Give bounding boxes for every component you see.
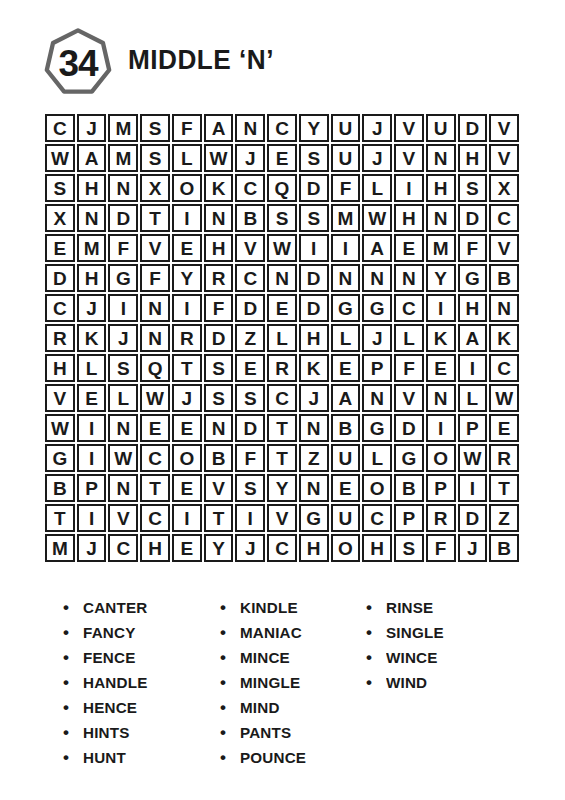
bullet-icon: • [366, 649, 386, 666]
word-label: WIND [386, 674, 427, 692]
grid-cell: K [77, 324, 107, 352]
word-label: MINCE [240, 649, 290, 667]
bullet-icon: • [63, 699, 83, 716]
grid-cell: G [362, 414, 392, 442]
word-list-item: •WIND [366, 670, 445, 695]
grid-cell: O [331, 534, 361, 562]
grid-cell: W [458, 444, 488, 472]
grid-cell: F [108, 234, 138, 262]
grid-cell: Y [426, 264, 456, 292]
grid-cell: D [299, 294, 329, 322]
grid-cell: C [489, 354, 519, 382]
grid-cell: I [108, 294, 138, 322]
grid-cell: O [172, 444, 202, 472]
grid-cell: L [394, 324, 424, 352]
grid-cell: V [489, 144, 519, 172]
grid-cell: K [489, 324, 519, 352]
bullet-icon: • [63, 674, 83, 691]
grid-cell: V [235, 234, 265, 262]
grid-cell: U [426, 114, 456, 142]
puzzle-title: MIDDLE ‘N’ [128, 45, 274, 80]
grid-cell: B [204, 444, 234, 472]
grid-cell: V [108, 504, 138, 532]
grid-cell: N [108, 414, 138, 442]
grid-cell: N [394, 264, 424, 292]
grid-cell: J [362, 114, 392, 142]
grid-cell: Y [299, 114, 329, 142]
grid-cell: E [235, 354, 265, 382]
word-list-item: •WINCE [366, 645, 445, 670]
grid-cell: E [172, 414, 202, 442]
grid-cell: H [299, 324, 329, 352]
grid-cell: H [140, 534, 170, 562]
grid-cell: E [140, 414, 170, 442]
grid-cell: X [140, 174, 170, 202]
grid-cell: A [77, 144, 107, 172]
grid-cell: O [172, 174, 202, 202]
grid-cell: N [204, 414, 234, 442]
grid-cell: I [426, 294, 456, 322]
bullet-icon: • [366, 599, 386, 616]
grid-cell: A [458, 324, 488, 352]
grid-cell: I [172, 294, 202, 322]
grid-cell: E [489, 414, 519, 442]
grid-cell: V [394, 114, 424, 142]
grid-cell: P [362, 354, 392, 382]
grid-cell: N [299, 414, 329, 442]
bullet-icon: • [220, 649, 240, 666]
grid-cell: I [394, 174, 424, 202]
grid-cell: Z [489, 504, 519, 532]
page: 34 MIDDLE ‘N’ CJMSFANCYUJVUDVWAMSLWJESUJ… [0, 0, 565, 800]
grid-cell: W [140, 384, 170, 412]
grid-cell: W [204, 144, 234, 172]
grid-cell: X [45, 204, 75, 232]
bullet-icon: • [63, 749, 83, 766]
grid-cell: N [108, 474, 138, 502]
word-label: KINDLE [240, 599, 298, 617]
word-label: HENCE [83, 699, 137, 717]
grid-cell: N [267, 264, 297, 292]
word-label: HINTS [83, 724, 130, 742]
grid-cell: D [108, 204, 138, 232]
grid-cell: E [172, 474, 202, 502]
grid-cell: T [267, 414, 297, 442]
grid-cell: S [458, 174, 488, 202]
grid-cell: O [426, 444, 456, 472]
grid-cell: A [204, 114, 234, 142]
grid-cell: N [140, 324, 170, 352]
grid-cell: I [77, 504, 107, 532]
grid-cell: I [426, 414, 456, 442]
grid-cell: K [299, 354, 329, 382]
grid-cell: N [140, 294, 170, 322]
grid-container: CJMSFANCYUJVUDVWAMSLWJESUJVNHVSHNXOKCQDF… [45, 114, 519, 562]
grid-cell: G [458, 264, 488, 292]
grid-cell: V [489, 234, 519, 262]
bullet-icon: • [220, 699, 240, 716]
grid-cell: S [140, 114, 170, 142]
grid-cell: F [172, 114, 202, 142]
grid-cell: B [45, 474, 75, 502]
grid-cell: E [426, 354, 456, 382]
grid-cell: U [331, 504, 361, 532]
grid-cell: L [362, 444, 392, 472]
grid-cell: D [45, 264, 75, 292]
grid-cell: H [45, 354, 75, 382]
bullet-icon: • [220, 724, 240, 741]
word-list-item: •MIND [220, 695, 366, 720]
puzzle-number-badge: 34 [42, 26, 114, 98]
grid-cell: E [77, 384, 107, 412]
grid-cell: H [299, 534, 329, 562]
bullet-icon: • [366, 674, 386, 691]
grid-cell: Z [299, 444, 329, 472]
grid-cell: N [489, 294, 519, 322]
grid-cell: D [204, 324, 234, 352]
word-label: POUNCE [240, 749, 306, 767]
grid-cell: Q [140, 354, 170, 382]
grid-cell: N [362, 384, 392, 412]
grid-cell: M [426, 234, 456, 262]
grid-cell: T [140, 204, 170, 232]
grid-cell: U [331, 114, 361, 142]
grid-cell: Y [267, 474, 297, 502]
grid-cell: R [45, 324, 75, 352]
grid-cell: D [394, 414, 424, 442]
grid-cell: S [394, 534, 424, 562]
grid-cell: L [77, 354, 107, 382]
grid-cell: D [458, 204, 488, 232]
word-list-item: •FENCE [63, 645, 220, 670]
grid-cell: L [458, 384, 488, 412]
bullet-icon: • [63, 599, 83, 616]
grid-cell: F [140, 264, 170, 292]
grid-cell: P [77, 474, 107, 502]
grid-cell: E [267, 294, 297, 322]
grid-cell: W [489, 384, 519, 412]
word-label: MIND [240, 699, 280, 717]
grid-cell: W [45, 414, 75, 442]
word-label: PANTS [240, 724, 291, 742]
grid-cell: M [331, 204, 361, 232]
grid-cell: G [299, 504, 329, 532]
grid-cell: I [331, 234, 361, 262]
grid-cell: G [45, 444, 75, 472]
grid-cell: G [108, 264, 138, 292]
grid-cell: L [172, 144, 202, 172]
word-list-item: •SINGLE [366, 620, 445, 645]
grid-cell: F [204, 294, 234, 322]
word-list-item: •HINTS [63, 720, 220, 745]
grid-cell: F [394, 354, 424, 382]
grid-cell: D [235, 294, 265, 322]
grid-cell: Q [267, 174, 297, 202]
grid-cell: T [140, 474, 170, 502]
grid-cell: G [362, 294, 392, 322]
grid-cell: C [140, 504, 170, 532]
grid-cell: T [204, 504, 234, 532]
grid-cell: M [77, 234, 107, 262]
puzzle-number: 34 [42, 28, 114, 100]
grid-cell: H [458, 294, 488, 322]
word-label: MINGLE [240, 674, 300, 692]
grid-cell: T [489, 474, 519, 502]
grid-cell: C [489, 204, 519, 232]
grid-cell: R [426, 504, 456, 532]
grid-cell: K [426, 324, 456, 352]
grid-cell: P [394, 504, 424, 532]
grid-cell: L [362, 174, 392, 202]
word-list-item: •RINSE [366, 595, 445, 620]
grid-cell: R [267, 354, 297, 382]
word-list-item: •MANIAC [220, 620, 366, 645]
word-label: HANDLE [83, 674, 147, 692]
grid-cell: J [458, 534, 488, 562]
grid-cell: F [331, 174, 361, 202]
grid-cell: G [394, 444, 424, 472]
grid-cell: B [394, 474, 424, 502]
grid-cell: V [394, 144, 424, 172]
grid-cell: C [267, 534, 297, 562]
word-label: MANIAC [240, 624, 302, 642]
word-search-grid: CJMSFANCYUJVUDVWAMSLWJESUJVNHVSHNXOKCQDF… [45, 114, 519, 562]
grid-cell: E [172, 534, 202, 562]
grid-cell: B [489, 264, 519, 292]
word-list-item: •HANDLE [63, 670, 220, 695]
grid-cell: S [299, 144, 329, 172]
grid-cell: C [235, 264, 265, 292]
word-list-item: •CANTER [63, 595, 220, 620]
grid-cell: I [172, 204, 202, 232]
grid-cell: J [299, 384, 329, 412]
word-column-2: •KINDLE•MANIAC•MINCE•MINGLE•MIND•PANTS•P… [220, 595, 366, 770]
grid-cell: E [394, 234, 424, 262]
bullet-icon: • [63, 649, 83, 666]
grid-cell: S [267, 204, 297, 232]
grid-cell: V [45, 384, 75, 412]
grid-cell: T [45, 504, 75, 532]
grid-cell: C [267, 114, 297, 142]
grid-cell: J [235, 144, 265, 172]
word-list-item: •PANTS [220, 720, 366, 745]
grid-cell: A [362, 234, 392, 262]
grid-cell: J [77, 294, 107, 322]
grid-cell: V [204, 474, 234, 502]
grid-cell: J [172, 384, 202, 412]
grid-cell: D [458, 114, 488, 142]
grid-cell: R [489, 444, 519, 472]
bullet-icon: • [63, 624, 83, 641]
grid-cell: F [426, 534, 456, 562]
word-list-item: •FANCY [63, 620, 220, 645]
grid-cell: X [489, 174, 519, 202]
grid-cell: B [235, 204, 265, 232]
grid-cell: S [108, 354, 138, 382]
bullet-icon: • [220, 749, 240, 766]
word-list-item: •KINDLE [220, 595, 366, 620]
word-column-3: •RINSE•SINGLE•WINCE•WIND [366, 595, 445, 770]
grid-cell: I [458, 474, 488, 502]
grid-cell: S [204, 354, 234, 382]
grid-cell: I [172, 504, 202, 532]
grid-cell: V [267, 504, 297, 532]
grid-cell: I [299, 234, 329, 262]
word-list-item: •MINCE [220, 645, 366, 670]
grid-cell: H [458, 144, 488, 172]
puzzle-header: 34 MIDDLE ‘N’ [0, 0, 565, 98]
grid-cell: M [108, 144, 138, 172]
word-label: WINCE [386, 649, 438, 667]
grid-cell: I [77, 444, 107, 472]
grid-cell: C [108, 534, 138, 562]
grid-cell: L [267, 324, 297, 352]
grid-cell: C [394, 294, 424, 322]
grid-cell: U [331, 444, 361, 472]
grid-cell: P [458, 414, 488, 442]
grid-cell: V [394, 384, 424, 412]
grid-cell: M [45, 534, 75, 562]
grid-cell: V [140, 234, 170, 262]
grid-cell: I [235, 504, 265, 532]
grid-cell: M [108, 114, 138, 142]
word-label: CANTER [83, 599, 147, 617]
grid-cell: C [140, 444, 170, 472]
grid-cell: K [204, 174, 234, 202]
grid-cell: T [267, 444, 297, 472]
grid-cell: N [299, 474, 329, 502]
grid-cell: J [77, 534, 107, 562]
grid-cell: B [331, 414, 361, 442]
grid-cell: O [362, 474, 392, 502]
word-list-item: •HUNT [63, 745, 220, 770]
grid-cell: H [77, 264, 107, 292]
grid-cell: Y [204, 534, 234, 562]
grid-cell: I [77, 414, 107, 442]
word-label: FENCE [83, 649, 135, 667]
word-label: SINGLE [386, 624, 444, 642]
grid-cell: E [45, 234, 75, 262]
grid-cell: J [108, 324, 138, 352]
grid-cell: S [204, 384, 234, 412]
word-list-item: •HENCE [63, 695, 220, 720]
word-list-item: •MINGLE [220, 670, 366, 695]
grid-cell: J [77, 114, 107, 142]
grid-cell: V [489, 114, 519, 142]
grid-cell: D [235, 414, 265, 442]
grid-cell: N [426, 384, 456, 412]
grid-cell: S [45, 174, 75, 202]
word-lists: •CANTER•FANCY•FENCE•HANDLE•HENCE•HINTS•H… [63, 595, 565, 770]
grid-cell: C [267, 384, 297, 412]
grid-cell: N [331, 264, 361, 292]
grid-cell: P [426, 474, 456, 502]
grid-cell: H [426, 174, 456, 202]
grid-cell: N [362, 264, 392, 292]
grid-cell: S [140, 144, 170, 172]
grid-cell: C [45, 114, 75, 142]
grid-cell: U [331, 144, 361, 172]
grid-cell: D [299, 174, 329, 202]
grid-cell: W [267, 234, 297, 262]
grid-cell: Y [172, 264, 202, 292]
grid-cell: H [204, 234, 234, 262]
grid-cell: E [331, 354, 361, 382]
grid-cell: L [331, 324, 361, 352]
grid-cell: R [204, 264, 234, 292]
grid-cell: N [235, 114, 265, 142]
grid-cell: F [458, 234, 488, 262]
word-label: RINSE [386, 599, 433, 617]
grid-cell: E [172, 234, 202, 262]
grid-cell: W [362, 204, 392, 232]
grid-cell: D [458, 504, 488, 532]
grid-cell: L [108, 384, 138, 412]
grid-cell: E [267, 144, 297, 172]
grid-cell: D [299, 264, 329, 292]
grid-cell: H [77, 174, 107, 202]
bullet-icon: • [220, 674, 240, 691]
grid-cell: W [108, 444, 138, 472]
grid-cell: E [331, 474, 361, 502]
grid-cell: R [172, 324, 202, 352]
grid-cell: N [426, 144, 456, 172]
bullet-icon: • [220, 599, 240, 616]
grid-cell: N [204, 204, 234, 232]
grid-cell: C [362, 504, 392, 532]
grid-cell: N [77, 204, 107, 232]
grid-cell: W [45, 144, 75, 172]
bullet-icon: • [220, 624, 240, 641]
bullet-icon: • [366, 624, 386, 641]
grid-cell: J [362, 144, 392, 172]
grid-cell: S [235, 384, 265, 412]
grid-cell: C [45, 294, 75, 322]
grid-cell: J [362, 324, 392, 352]
grid-cell: F [235, 444, 265, 472]
grid-cell: A [331, 384, 361, 412]
grid-cell: N [426, 204, 456, 232]
grid-cell: J [235, 534, 265, 562]
grid-cell: T [172, 354, 202, 382]
grid-cell: G [331, 294, 361, 322]
word-label: HUNT [83, 749, 126, 767]
grid-cell: I [458, 354, 488, 382]
word-column-1: •CANTER•FANCY•FENCE•HANDLE•HENCE•HINTS•H… [63, 595, 220, 770]
grid-cell: S [235, 474, 265, 502]
bullet-icon: • [63, 724, 83, 741]
grid-cell: C [235, 174, 265, 202]
grid-cell: S [299, 204, 329, 232]
grid-cell: N [108, 174, 138, 202]
grid-cell: Z [235, 324, 265, 352]
grid-cell: H [394, 204, 424, 232]
word-label: FANCY [83, 624, 135, 642]
grid-cell: B [489, 534, 519, 562]
grid-cell: H [362, 534, 392, 562]
word-list-item: •POUNCE [220, 745, 366, 770]
